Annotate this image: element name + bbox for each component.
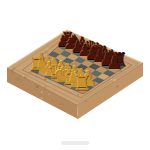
watermark bbox=[61, 141, 89, 145]
pieces-layer: ♜♞♟♝♟♛♟♚♟♝♟♞♟♜♟♟♟♟♜♟♞♟♝♟♛♟♚♟♝♟♞♜ bbox=[0, 0, 150, 150]
piece-white-rook-h1: ♜ bbox=[73, 72, 92, 94]
chess-set-product-photo: ♜♞♟♝♟♛♟♚♟♝♟♞♟♜♟♟♟♟♜♟♞♟♝♟♛♟♚♟♝♟♞♜ bbox=[0, 0, 150, 150]
piece-black-pawn-h7: ♟ bbox=[106, 54, 123, 72]
